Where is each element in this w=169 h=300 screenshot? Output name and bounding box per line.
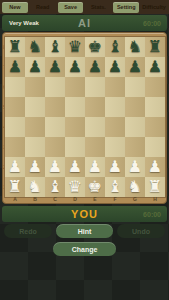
- change-button[interactable]: Change: [53, 242, 116, 256]
- piece-white-rook[interactable]: ♜: [145, 177, 165, 197]
- square-h1[interactable]: ♜: [145, 177, 165, 197]
- square-d1[interactable]: ♛: [65, 177, 85, 197]
- square-h8[interactable]: ♜: [145, 37, 165, 57]
- square-b6[interactable]: [25, 77, 45, 97]
- hint-button[interactable]: Hint: [56, 224, 113, 238]
- piece-black-pawn[interactable]: ♟: [85, 57, 105, 77]
- piece-white-pawn[interactable]: ♟: [25, 157, 45, 177]
- square-g7[interactable]: ♟: [125, 57, 145, 77]
- piece-black-bishop[interactable]: ♝: [105, 37, 125, 57]
- chess-app: New Read Save Stats. Setting Difficulty …: [0, 0, 169, 300]
- square-e5[interactable]: [85, 97, 105, 117]
- square-b3[interactable]: [25, 137, 45, 157]
- square-f7[interactable]: ♟: [105, 57, 125, 77]
- square-b8[interactable]: ♞: [25, 37, 45, 57]
- square-a3[interactable]: [5, 137, 25, 157]
- menu-setting-button[interactable]: Setting: [113, 2, 139, 13]
- square-e8[interactable]: ♚: [85, 37, 105, 57]
- square-f8[interactable]: ♝: [105, 37, 125, 57]
- square-g3[interactable]: [125, 137, 145, 157]
- piece-white-bishop[interactable]: ♝: [105, 177, 125, 197]
- square-h5[interactable]: [145, 97, 165, 117]
- piece-white-pawn[interactable]: ♟: [105, 157, 125, 177]
- piece-white-bishop[interactable]: ♝: [45, 177, 65, 197]
- square-d2[interactable]: ♟: [65, 157, 85, 177]
- square-g8[interactable]: ♞: [125, 37, 145, 57]
- square-c4[interactable]: [45, 117, 65, 137]
- piece-white-knight[interactable]: ♞: [25, 177, 45, 197]
- square-h3[interactable]: [145, 137, 165, 157]
- file-labels: ABCDEFGH: [5, 196, 165, 202]
- square-h7[interactable]: ♟: [145, 57, 165, 77]
- square-f4[interactable]: [105, 117, 125, 137]
- square-b1[interactable]: ♞: [25, 177, 45, 197]
- square-b4[interactable]: [25, 117, 45, 137]
- square-a6[interactable]: [5, 77, 25, 97]
- piece-black-pawn[interactable]: ♟: [45, 57, 65, 77]
- square-e7[interactable]: ♟: [85, 57, 105, 77]
- menu-save-button[interactable]: Save: [58, 2, 84, 13]
- square-g5[interactable]: [125, 97, 145, 117]
- square-c2[interactable]: ♟: [45, 157, 65, 177]
- redo-button[interactable]: Redo: [4, 224, 52, 238]
- piece-black-pawn[interactable]: ♟: [65, 57, 85, 77]
- piece-black-queen[interactable]: ♛: [65, 37, 85, 57]
- file-label-h: H: [145, 196, 165, 202]
- square-c7[interactable]: ♟: [45, 57, 65, 77]
- piece-white-pawn[interactable]: ♟: [125, 157, 145, 177]
- file-label-f: F: [105, 196, 125, 202]
- menu-difficulty-button[interactable]: Difficulty: [141, 2, 167, 13]
- square-b7[interactable]: ♟: [25, 57, 45, 77]
- piece-black-pawn[interactable]: ♟: [105, 57, 125, 77]
- piece-white-pawn[interactable]: ♟: [45, 157, 65, 177]
- square-e3[interactable]: [85, 137, 105, 157]
- square-b5[interactable]: [25, 97, 45, 117]
- file-label-g: G: [125, 196, 145, 202]
- square-e2[interactable]: ♟: [85, 157, 105, 177]
- square-f2[interactable]: ♟: [105, 157, 125, 177]
- square-a4[interactable]: [5, 117, 25, 137]
- square-g4[interactable]: [125, 117, 145, 137]
- square-a5[interactable]: [5, 97, 25, 117]
- square-d8[interactable]: ♛: [65, 37, 85, 57]
- square-c3[interactable]: [45, 137, 65, 157]
- square-d6[interactable]: [65, 77, 85, 97]
- square-c6[interactable]: [45, 77, 65, 97]
- square-c8[interactable]: ♝: [45, 37, 65, 57]
- menu-read-button[interactable]: Read: [30, 2, 56, 13]
- file-label-b: B: [25, 196, 45, 202]
- square-f6[interactable]: [105, 77, 125, 97]
- piece-white-pawn[interactable]: ♟: [5, 157, 25, 177]
- square-g1[interactable]: ♞: [125, 177, 145, 197]
- file-label-a: A: [5, 196, 25, 202]
- piece-black-pawn[interactable]: ♟: [125, 57, 145, 77]
- piece-black-king[interactable]: ♚: [85, 37, 105, 57]
- menu-stats-button[interactable]: Stats.: [85, 2, 111, 13]
- square-h2[interactable]: ♟: [145, 157, 165, 177]
- piece-white-king[interactable]: ♚: [85, 177, 105, 197]
- file-label-d: D: [65, 196, 85, 202]
- square-d5[interactable]: [65, 97, 85, 117]
- square-d4[interactable]: [65, 117, 85, 137]
- square-h6[interactable]: [145, 77, 165, 97]
- square-b2[interactable]: ♟: [25, 157, 45, 177]
- piece-black-rook[interactable]: ♜: [145, 37, 165, 57]
- square-g6[interactable]: [125, 77, 145, 97]
- square-e4[interactable]: [85, 117, 105, 137]
- piece-black-pawn[interactable]: ♟: [145, 57, 165, 77]
- piece-black-pawn[interactable]: ♟: [5, 57, 25, 77]
- opponent-bar: Very Weak AI 60:00: [2, 15, 167, 31]
- piece-black-rook[interactable]: ♜: [5, 37, 25, 57]
- board-squares: ♜♞♝♛♚♝♞♜♟♟♟♟♟♟♟♟♟♟♟♟♟♟♟♟♜♞♝♛♚♝♞♜: [4, 36, 166, 198]
- player-clock: 60:00: [143, 211, 161, 218]
- piece-black-knight[interactable]: ♞: [125, 37, 145, 57]
- piece-white-pawn[interactable]: ♟: [65, 157, 85, 177]
- square-h4[interactable]: [145, 117, 165, 137]
- opponent-clock: 60:00: [143, 20, 161, 27]
- menu-new-button[interactable]: New: [2, 2, 28, 13]
- square-a8[interactable]: ♜: [5, 37, 25, 57]
- square-e1[interactable]: ♚: [85, 177, 105, 197]
- square-d7[interactable]: ♟: [65, 57, 85, 77]
- chess-board: 87654321 ♜♞♝♛♚♝♞♜♟♟♟♟♟♟♟♟♟♟♟♟♟♟♟♟♜♞♝♛♚♝♞…: [2, 32, 167, 204]
- square-d3[interactable]: [65, 137, 85, 157]
- square-c1[interactable]: ♝: [45, 177, 65, 197]
- piece-black-pawn[interactable]: ♟: [25, 57, 45, 77]
- square-a1[interactable]: ♜: [5, 177, 25, 197]
- file-label-e: E: [85, 196, 105, 202]
- player-bar: YOU 60:00: [2, 206, 167, 222]
- square-a2[interactable]: ♟: [5, 157, 25, 177]
- square-a7[interactable]: ♟: [5, 57, 25, 77]
- piece-white-pawn[interactable]: ♟: [85, 157, 105, 177]
- file-label-c: C: [45, 196, 65, 202]
- square-g2[interactable]: ♟: [125, 157, 145, 177]
- piece-white-queen[interactable]: ♛: [65, 177, 85, 197]
- square-f5[interactable]: [105, 97, 125, 117]
- square-f1[interactable]: ♝: [105, 177, 125, 197]
- piece-black-bishop[interactable]: ♝: [45, 37, 65, 57]
- piece-white-pawn[interactable]: ♟: [145, 157, 165, 177]
- piece-black-knight[interactable]: ♞: [25, 37, 45, 57]
- undo-button[interactable]: Undo: [117, 224, 165, 238]
- square-e6[interactable]: [85, 77, 105, 97]
- piece-white-rook[interactable]: ♜: [5, 177, 25, 197]
- top-menu-bar: New Read Save Stats. Setting Difficulty: [0, 0, 169, 14]
- piece-white-knight[interactable]: ♞: [125, 177, 145, 197]
- square-c5[interactable]: [45, 97, 65, 117]
- square-f3[interactable]: [105, 137, 125, 157]
